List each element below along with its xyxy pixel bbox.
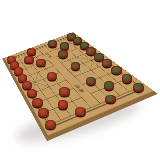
green-cannon-character: 砲 — [106, 83, 112, 89]
piece-red-soldier[interactable]: 兵 — [27, 48, 36, 55]
green-elephant-character: 象 — [82, 43, 87, 48]
piece-red-horse[interactable]: 馬 — [38, 108, 49, 117]
red-elephant-character: 相 — [35, 99, 41, 105]
piece-red-cannon[interactable]: 炮 — [58, 100, 69, 109]
green-advisor-character: 士 — [89, 48, 94, 53]
green-horse-character: 馬 — [124, 75, 130, 81]
red-cannon-character: 炮 — [27, 57, 32, 62]
piece-red-soldier[interactable]: 兵 — [75, 107, 86, 116]
green-soldier-character: 卒 — [88, 78, 93, 83]
red-soldier-character: 兵 — [78, 108, 84, 114]
piece-red-chariot[interactable]: 車 — [45, 120, 56, 129]
red-elephant-character: 相 — [16, 68, 21, 73]
piece-green-soldier[interactable]: 卒 — [58, 50, 68, 58]
red-advisor-character: 仕 — [29, 90, 34, 95]
piece-green-cannon[interactable]: 砲 — [104, 81, 115, 90]
photo-stage: 楚河 漢界 車馬象士將士象馬車砲砲卒卒卒卒卒兵兵兵兵兵炮炮車馬相仕帥仕相馬車 — [0, 0, 160, 160]
green-chariot-character: 車 — [136, 84, 142, 90]
piece-green-cannon[interactable]: 砲 — [60, 42, 69, 49]
piece-red-elephant[interactable]: 相 — [32, 98, 43, 107]
red-chariot-character: 車 — [48, 121, 54, 127]
piece-green-soldier[interactable]: 卒 — [71, 62, 81, 70]
green-advisor-character: 士 — [105, 60, 110, 65]
green-soldier-character: 卒 — [60, 51, 65, 56]
green-soldier-character: 卒 — [107, 96, 113, 102]
piece-red-soldier[interactable]: 兵 — [36, 59, 46, 67]
green-elephant-character: 象 — [114, 67, 119, 72]
piece-green-advisor[interactable]: 士 — [102, 59, 112, 67]
red-soldier-character: 兵 — [49, 73, 54, 78]
red-soldier-character: 兵 — [38, 60, 43, 65]
red-soldier-character: 兵 — [29, 49, 34, 54]
piece-green-chariot[interactable]: 車 — [133, 83, 144, 92]
red-soldier-character: 兵 — [62, 89, 68, 95]
red-advisor-character: 仕 — [20, 75, 25, 80]
piece-green-elephant[interactable]: 象 — [111, 66, 121, 74]
piece-green-soldier[interactable]: 卒 — [86, 77, 96, 85]
red-horse-character: 馬 — [41, 109, 47, 115]
red-cannon-character: 炮 — [60, 102, 66, 108]
green-horse-character: 馬 — [75, 38, 80, 43]
piece-red-general[interactable]: 帥 — [22, 81, 32, 89]
red-general-character: 帥 — [24, 82, 29, 87]
piece-green-soldier[interactable]: 卒 — [105, 95, 116, 104]
green-soldier-character: 卒 — [50, 41, 55, 46]
green-cannon-character: 砲 — [62, 43, 67, 48]
piece-red-soldier[interactable]: 兵 — [47, 72, 57, 80]
piece-green-horse[interactable]: 馬 — [122, 74, 133, 83]
piece-red-cannon[interactable]: 炮 — [24, 56, 33, 64]
piece-green-soldier[interactable]: 卒 — [48, 40, 57, 47]
pieces-layer: 車馬象士將士象馬車砲砲卒卒卒卒卒兵兵兵兵兵炮炮車馬相仕帥仕相馬車 — [0, 0, 160, 160]
green-general-character: 將 — [96, 54, 101, 59]
green-soldier-character: 卒 — [73, 63, 78, 68]
piece-red-soldier[interactable]: 兵 — [59, 87, 70, 95]
piece-red-advisor[interactable]: 仕 — [27, 89, 37, 97]
